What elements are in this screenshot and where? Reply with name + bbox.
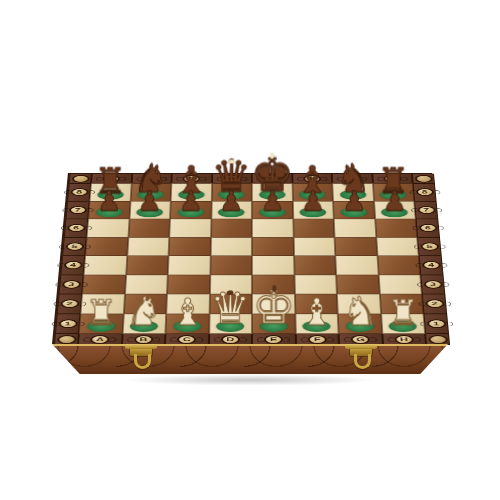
corner-ornament (425, 334, 450, 345)
rank-label-3-left: 3 (59, 275, 84, 294)
coordinate-medallion: 3 (62, 280, 81, 288)
rank-label-2-left: 2 (57, 294, 82, 314)
black-pawn-e7[interactable]: ♟ (252, 201, 293, 219)
coordinate-medallion (428, 335, 448, 344)
rank-label-6-right: 6 (416, 219, 440, 237)
coordinate-medallion: F (308, 335, 327, 344)
coordinate-medallion (57, 335, 77, 344)
coordinate-medallion: 8 (70, 188, 88, 196)
coordinate-medallion: 6 (418, 224, 437, 232)
coordinate-medallion: A (90, 335, 110, 344)
pawn-glyph: ♟ (301, 189, 325, 215)
corner-ornament (54, 334, 79, 345)
file-label-g-bottom: G (339, 334, 383, 345)
black-pawn-f7[interactable]: ♟ (292, 201, 333, 219)
box-front-panel (52, 344, 448, 374)
rank-label-4-left: 4 (60, 256, 85, 275)
rank-label-5-left: 5 (62, 237, 87, 256)
coordinate-medallion (71, 175, 89, 183)
coordinate-medallion: H (394, 335, 414, 344)
file-label-c-bottom: C (165, 334, 209, 345)
file-label-f-top: F (292, 174, 332, 184)
coordinate-medallion: 2 (60, 300, 79, 309)
rank-label-5-right: 5 (417, 237, 442, 256)
pawn-glyph: ♟ (342, 189, 366, 215)
coordinate-medallion: G (343, 175, 361, 183)
file-label-b-top: B (131, 174, 172, 184)
file-label-a-bottom: A (78, 334, 122, 345)
coordinate-medallion: F (303, 175, 321, 183)
knight-glyph: ♞ (126, 292, 162, 330)
coordinate-medallion: 7 (68, 206, 86, 214)
coordinate-medallion: 6 (67, 224, 86, 232)
pawn-glyph: ♟ (138, 189, 162, 215)
corner-ornament (69, 174, 92, 184)
black-pawn-h7[interactable]: ♟ (374, 201, 416, 219)
product-photo-scene: ABCDEFGH8877665544332211ABCDEFGH ♜♞♝♛♚♝♞… (0, 0, 500, 500)
white-queen-d1[interactable]: ♛ (209, 314, 252, 334)
rank-label-3-right: 3 (420, 275, 445, 294)
file-label-d-top: D (212, 174, 252, 184)
pawn-glyph: ♟ (178, 189, 202, 215)
coordinate-medallion: 2 (425, 300, 444, 309)
white-knight-g1[interactable]: ♞ (338, 314, 382, 334)
white-knight-b1[interactable]: ♞ (122, 314, 166, 334)
file-label-e-top: E (252, 174, 292, 184)
white-rook-a1[interactable]: ♜ (79, 314, 124, 334)
rank-label-7-left: 7 (66, 201, 90, 219)
corner-ornament (412, 174, 435, 184)
rank-label-4-right: 4 (419, 256, 444, 275)
coordinate-medallion: H (383, 175, 401, 183)
file-label-b-bottom: B (121, 334, 165, 345)
coordinate-medallion: 1 (426, 319, 446, 328)
chess-board: ABCDEFGH8877665544332211ABCDEFGH ♜♞♝♛♚♝♞… (52, 173, 448, 344)
coordinate-medallion: B (134, 335, 153, 344)
file-label-d-bottom: D (208, 334, 252, 345)
black-pawn-c7[interactable]: ♟ (170, 201, 211, 219)
pieces-layer: ♜♞♝♛♚♝♞♜♟♟♟♟♟♟♟♟♜♞♝♛♚♝♞♜ (79, 183, 425, 333)
coordinate-medallion: 3 (423, 280, 442, 288)
file-label-h-top: H (372, 174, 413, 184)
black-pawn-d7[interactable]: ♟ (211, 201, 252, 219)
pawn-glyph: ♟ (260, 189, 284, 215)
coordinate-medallion: C (177, 335, 196, 344)
rank-label-6-left: 6 (64, 219, 88, 237)
king-glyph: ♚ (252, 284, 295, 329)
coordinate-medallion: A (102, 175, 120, 183)
coordinate-medallion: 5 (420, 242, 439, 250)
pawn-glyph: ♟ (97, 189, 121, 215)
black-pawn-g7[interactable]: ♟ (333, 201, 375, 219)
black-pawn-b7[interactable]: ♟ (129, 201, 171, 219)
knight-glyph: ♞ (342, 292, 378, 330)
coordinate-medallion: E (264, 335, 283, 344)
rank-label-7-right: 7 (414, 201, 438, 219)
coordinate-medallion: 8 (415, 188, 433, 196)
white-king-e1[interactable]: ♚ (252, 314, 295, 334)
rank-label-1-right: 1 (423, 314, 449, 334)
coordinate-medallion (414, 175, 432, 183)
coordinate-medallion: B (143, 175, 161, 183)
coordinate-medallion: D (221, 335, 240, 344)
coordinate-medallion: 4 (422, 261, 441, 269)
coordinate-medallion: E (263, 175, 281, 183)
bishop-glyph: ♝ (300, 295, 333, 330)
coordinate-medallion: C (183, 175, 201, 183)
white-bishop-c1[interactable]: ♝ (165, 314, 209, 334)
pawn-glyph: ♟ (383, 189, 407, 215)
coordinate-medallion: 1 (58, 319, 78, 328)
bishop-glyph: ♝ (171, 295, 204, 330)
rook-glyph: ♜ (85, 297, 116, 330)
coordinate-medallion: 4 (63, 261, 82, 269)
coordinate-medallion: G (351, 335, 370, 344)
file-label-f-bottom: F (295, 334, 339, 345)
white-bishop-f1[interactable]: ♝ (295, 314, 339, 334)
pawn-glyph: ♟ (219, 189, 243, 215)
coordinate-medallion: D (223, 175, 241, 183)
file-label-h-bottom: H (382, 334, 426, 345)
file-label-a-top: A (91, 174, 132, 184)
rank-label-8-right: 8 (413, 183, 437, 201)
file-label-g-top: G (332, 174, 373, 184)
white-rook-h1[interactable]: ♜ (381, 314, 426, 334)
rank-label-8-left: 8 (67, 183, 91, 201)
rook-glyph: ♜ (388, 297, 419, 330)
black-pawn-a7[interactable]: ♟ (88, 201, 130, 219)
rank-label-1-left: 1 (55, 314, 81, 334)
coordinate-medallion: 7 (417, 206, 435, 214)
box-shadow (70, 372, 430, 388)
queen-glyph: ♛ (210, 287, 250, 329)
file-label-e-bottom: E (252, 334, 296, 345)
file-label-c-top: C (171, 174, 211, 184)
coordinate-medallion: 5 (65, 242, 84, 250)
rank-label-2-right: 2 (422, 294, 447, 314)
